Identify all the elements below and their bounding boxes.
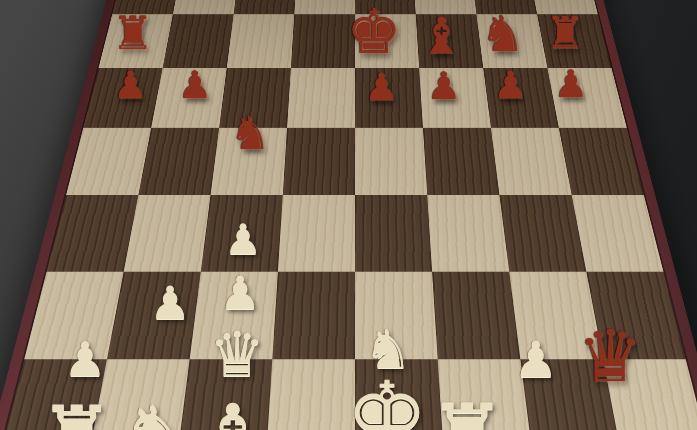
white-king-e1[interactable]: ♚ bbox=[346, 370, 428, 430]
white-pawn-a2[interactable]: ♟ bbox=[63, 335, 106, 383]
black-pawn-g7[interactable]: ♟ bbox=[493, 66, 527, 104]
white-pawn-c4[interactable]: ♟ bbox=[224, 219, 262, 261]
chess-scene: ♜♚♝♞♜♟♟♟♟♟♟♞♟♟♟♟♛♟♛♞♜♞♝♚♜ bbox=[0, 0, 697, 430]
black-queen-h3[interactable]: ♛ bbox=[578, 320, 643, 392]
white-pawn-g3[interactable]: ♟ bbox=[514, 335, 559, 385]
white-knight-b1[interactable]: ♞ bbox=[116, 394, 193, 430]
black-pawn-e7[interactable]: ♟ bbox=[364, 68, 398, 106]
pieces-layer: ♜♚♝♞♜♟♟♟♟♟♟♞♟♟♟♟♛♟♛♞♜♞♝♚♜ bbox=[0, 0, 697, 430]
white-rook-f1[interactable]: ♜ bbox=[427, 392, 508, 430]
black-pawn-b7[interactable]: ♟ bbox=[178, 66, 212, 104]
black-king-e8[interactable]: ♚ bbox=[346, 1, 402, 63]
white-queen-c2[interactable]: ♛ bbox=[209, 324, 265, 386]
black-pawn-h7[interactable]: ♟ bbox=[554, 65, 588, 103]
black-knight-c6[interactable]: ♞ bbox=[229, 110, 270, 156]
black-pawn-f7[interactable]: ♟ bbox=[427, 67, 461, 105]
black-pawn-a7[interactable]: ♟ bbox=[113, 66, 147, 104]
black-bishop-f8[interactable]: ♝ bbox=[419, 11, 464, 61]
white-bishop-c1[interactable]: ♝ bbox=[195, 393, 270, 430]
white-pawn-c3[interactable]: ♟ bbox=[219, 270, 260, 316]
black-rook-h8[interactable]: ♜ bbox=[545, 11, 584, 55]
black-rook-a8[interactable]: ♜ bbox=[112, 10, 153, 56]
white-rook-a1[interactable]: ♜ bbox=[38, 394, 115, 430]
black-knight-g8[interactable]: ♞ bbox=[481, 9, 526, 59]
white-pawn-b3[interactable]: ♟ bbox=[149, 280, 190, 326]
